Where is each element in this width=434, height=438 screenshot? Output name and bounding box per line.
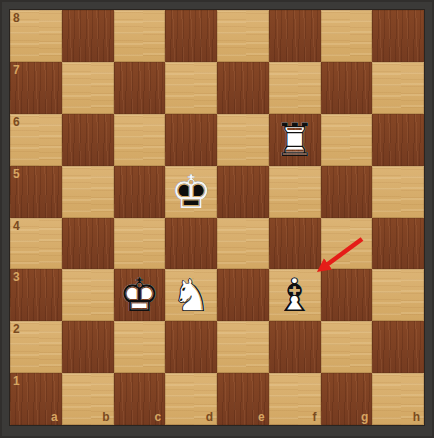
square-g7[interactable]: [321, 62, 373, 114]
square-f4[interactable]: [269, 218, 321, 270]
square-c7[interactable]: [114, 62, 166, 114]
square-a1[interactable]: 1a: [10, 373, 62, 425]
square-g8[interactable]: [321, 10, 373, 62]
square-d5[interactable]: ♚♔: [165, 166, 217, 218]
black-king-outline: ♔: [171, 169, 212, 215]
white-knight-outline: ♘: [171, 272, 212, 318]
square-e1[interactable]: e: [217, 373, 269, 425]
square-h8[interactable]: [372, 10, 424, 62]
square-d7[interactable]: [165, 62, 217, 114]
white-bishop[interactable]: ♝♗: [269, 269, 321, 321]
square-b7[interactable]: [62, 62, 114, 114]
white-rook-outline: ♖: [274, 117, 315, 163]
file-label-e: e: [258, 411, 265, 423]
file-label-h: h: [413, 411, 420, 423]
square-h1[interactable]: h: [372, 373, 424, 425]
square-b6[interactable]: [62, 114, 114, 166]
square-h7[interactable]: [372, 62, 424, 114]
square-e2[interactable]: [217, 321, 269, 373]
square-e5[interactable]: [217, 166, 269, 218]
square-d3[interactable]: ♞♘: [165, 269, 217, 321]
square-g4[interactable]: [321, 218, 373, 270]
square-a7[interactable]: 7: [10, 62, 62, 114]
square-g6[interactable]: [321, 114, 373, 166]
file-label-g: g: [361, 411, 368, 423]
square-a3[interactable]: 3: [10, 269, 62, 321]
white-king-outline: ♔: [119, 272, 160, 318]
square-g1[interactable]: g: [321, 373, 373, 425]
file-label-d: d: [206, 411, 213, 423]
chess-app-window: 876♜♖5♚♔43♚♔♞♘♝♗21abcdefgh: [0, 0, 434, 438]
rank-label-8: 8: [13, 12, 20, 24]
square-d6[interactable]: [165, 114, 217, 166]
square-a4[interactable]: 4: [10, 218, 62, 270]
square-c6[interactable]: [114, 114, 166, 166]
square-f3[interactable]: ♝♗: [269, 269, 321, 321]
square-f6[interactable]: ♜♖: [269, 114, 321, 166]
file-label-a: a: [51, 411, 58, 423]
black-king[interactable]: ♚♔: [165, 166, 217, 218]
square-b5[interactable]: [62, 166, 114, 218]
square-c8[interactable]: [114, 10, 166, 62]
white-bishop-outline: ♗: [274, 272, 315, 318]
square-b4[interactable]: [62, 218, 114, 270]
square-b2[interactable]: [62, 321, 114, 373]
square-c2[interactable]: [114, 321, 166, 373]
rank-label-3: 3: [13, 271, 20, 283]
square-a8[interactable]: 8: [10, 10, 62, 62]
square-h5[interactable]: [372, 166, 424, 218]
square-h6[interactable]: [372, 114, 424, 166]
square-e8[interactable]: [217, 10, 269, 62]
square-d2[interactable]: [165, 321, 217, 373]
white-king[interactable]: ♚♔: [114, 269, 166, 321]
square-a2[interactable]: 2: [10, 321, 62, 373]
file-label-c: c: [155, 411, 162, 423]
square-d8[interactable]: [165, 10, 217, 62]
file-label-f: f: [313, 411, 317, 423]
square-f2[interactable]: [269, 321, 321, 373]
rank-label-4: 4: [13, 220, 20, 232]
square-e6[interactable]: [217, 114, 269, 166]
square-c1[interactable]: c: [114, 373, 166, 425]
rank-label-6: 6: [13, 116, 20, 128]
square-h3[interactable]: [372, 269, 424, 321]
square-b8[interactable]: [62, 10, 114, 62]
square-c3[interactable]: ♚♔: [114, 269, 166, 321]
chess-board: 876♜♖5♚♔43♚♔♞♘♝♗21abcdefgh: [10, 10, 424, 425]
square-h4[interactable]: [372, 218, 424, 270]
rank-label-5: 5: [13, 168, 20, 180]
square-f1[interactable]: f: [269, 373, 321, 425]
square-g3[interactable]: [321, 269, 373, 321]
square-f5[interactable]: [269, 166, 321, 218]
square-b1[interactable]: b: [62, 373, 114, 425]
file-label-b: b: [102, 411, 109, 423]
rank-label-1: 1: [13, 375, 20, 387]
white-knight[interactable]: ♞♘: [165, 269, 217, 321]
square-e7[interactable]: [217, 62, 269, 114]
white-rook[interactable]: ♜♖: [269, 114, 321, 166]
square-f8[interactable]: [269, 10, 321, 62]
square-g5[interactable]: [321, 166, 373, 218]
square-d4[interactable]: [165, 218, 217, 270]
square-e3[interactable]: [217, 269, 269, 321]
square-d1[interactable]: d: [165, 373, 217, 425]
square-a6[interactable]: 6: [10, 114, 62, 166]
square-c4[interactable]: [114, 218, 166, 270]
square-g2[interactable]: [321, 321, 373, 373]
square-e4[interactable]: [217, 218, 269, 270]
rank-label-2: 2: [13, 323, 20, 335]
rank-label-7: 7: [13, 64, 20, 76]
square-c5[interactable]: [114, 166, 166, 218]
square-h2[interactable]: [372, 321, 424, 373]
square-f7[interactable]: [269, 62, 321, 114]
square-b3[interactable]: [62, 269, 114, 321]
square-a5[interactable]: 5: [10, 166, 62, 218]
